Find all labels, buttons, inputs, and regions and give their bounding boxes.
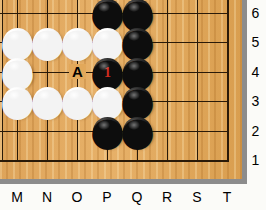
stone-white-O3: ● — [63, 87, 92, 116]
column-label-P: P — [97, 189, 117, 205]
grid-line — [197, 0, 198, 162]
grid-line — [0, 160, 229, 162]
column-label-Q: Q — [127, 189, 147, 205]
column-label-M: M — [7, 189, 27, 205]
go-diagram: A●●●●●●●●●1●●●●●●●● MNOPQRST654321 — [0, 0, 266, 210]
grid-line — [167, 0, 168, 162]
stone-white-O5: ● — [63, 28, 92, 57]
column-label-O: O — [67, 189, 87, 205]
black-stone-glyph: ● — [120, 110, 155, 150]
column-label-R: R — [157, 189, 177, 205]
column-label-N: N — [37, 189, 57, 205]
grid-line — [227, 0, 229, 162]
stone-black-Q2: ● — [123, 117, 152, 146]
stone-white-M3: ● — [3, 87, 32, 116]
stone-black-P2: ● — [93, 117, 122, 146]
board-frame-bottom — [0, 179, 247, 184]
row-label-4: 4 — [247, 64, 264, 80]
row-label-5: 5 — [247, 34, 264, 50]
column-label-S: S — [187, 189, 207, 205]
stone-white-N3: ● — [33, 87, 62, 116]
go-board[interactable]: A●●●●●●●●●1●●●●●●●● — [0, 0, 242, 179]
stone-white-N5: ● — [33, 28, 62, 57]
row-label-1: 1 — [247, 152, 264, 168]
column-label-T: T — [217, 189, 237, 205]
row-label-6: 6 — [247, 5, 264, 21]
row-label-2: 2 — [247, 123, 264, 139]
row-label-3: 3 — [247, 93, 264, 109]
